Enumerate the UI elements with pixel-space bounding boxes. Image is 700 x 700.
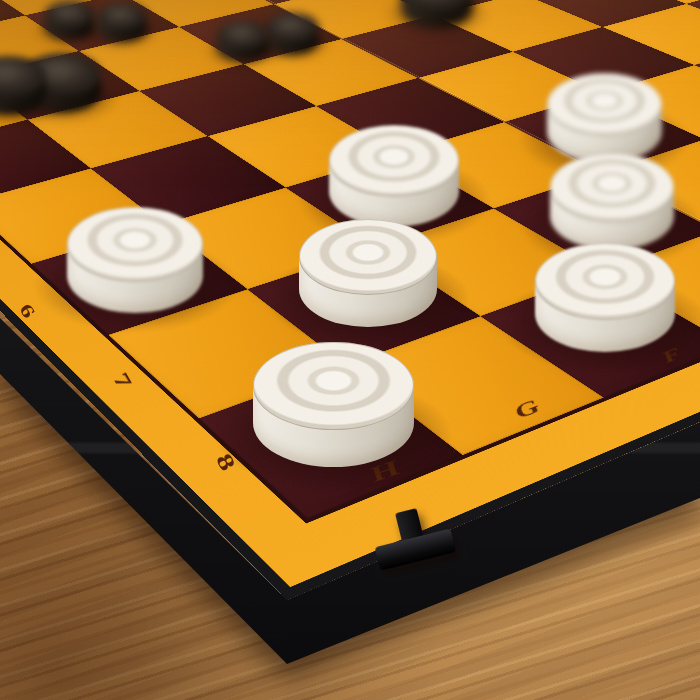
checker-white-f8[interactable]: ⛀ xyxy=(535,243,675,352)
checker-black-f2[interactable]: ⛂ xyxy=(97,3,147,42)
checker-black-d4[interactable]: ⛂ xyxy=(401,0,473,28)
piece-top xyxy=(547,73,662,136)
checker-white-f6[interactable]: ⛀ xyxy=(329,125,459,226)
checker-white-h6[interactable]: ⛀ xyxy=(67,207,203,313)
piece-top xyxy=(299,219,437,295)
board-photo: 678HGF ⛀⛀⛀⛀⛀⛀⛀⛂⛂⛂⛂⛂⛂⛂ xyxy=(0,0,700,700)
piece-top xyxy=(97,3,147,31)
checker-white-d6[interactable]: ⛀ xyxy=(547,73,662,163)
checker-white-h8[interactable]: ⛀ xyxy=(253,342,414,468)
checker-black-h4[interactable]: ⛂ xyxy=(0,56,46,115)
checker-white-g7[interactable]: ⛀ xyxy=(299,219,437,327)
piece-top xyxy=(535,243,675,320)
piece-top xyxy=(67,207,203,282)
piece-top xyxy=(253,342,414,431)
piece-top xyxy=(217,21,269,50)
checker-white-e7[interactable]: ⛀ xyxy=(550,153,674,250)
piece-top xyxy=(329,125,459,197)
piece-top xyxy=(265,13,319,43)
checker-black-e3[interactable]: ⛂ xyxy=(217,21,269,62)
piece-top xyxy=(550,153,674,221)
